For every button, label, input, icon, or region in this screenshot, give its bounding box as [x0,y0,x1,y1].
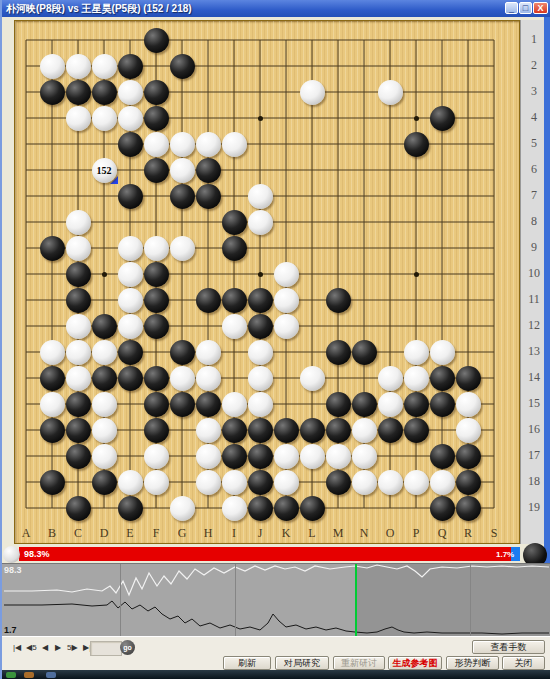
column-label: H [198,526,218,541]
black-stone [352,392,377,417]
graph-bottom-label: 1.7 [4,625,17,635]
row-label: 15 [522,396,546,411]
black-stone [222,210,247,235]
black-stone [40,80,65,105]
row-label: 9 [522,240,546,255]
black-stone [92,80,117,105]
black-stone [118,366,143,391]
black-stone [40,418,65,443]
row-label: 4 [522,110,546,125]
black-stone [144,418,169,443]
star-point [414,272,419,277]
white-stone [430,470,455,495]
black-stone [274,418,299,443]
white-stone [300,80,325,105]
black-stone [456,470,481,495]
white-stone [66,210,91,235]
white-stone [352,418,377,443]
black-stone [430,106,455,131]
white-stone [274,444,299,469]
black-stone [456,366,481,391]
white-stone [248,184,273,209]
black-stone [456,444,481,469]
black-stone [274,496,299,521]
white-stone [170,132,195,157]
column-label: N [354,526,374,541]
white-stone [66,106,91,131]
white-stone [352,470,377,495]
white-stone [66,54,91,79]
white-stone [118,80,143,105]
black-stone [144,106,169,131]
white-stone [456,418,481,443]
white-stone [40,392,65,417]
white-stone [196,340,221,365]
white-stone [430,340,455,365]
go-button[interactable]: go [120,640,135,655]
black-stone [66,496,91,521]
black-stone [326,392,351,417]
white-stone [274,288,299,313]
white-stone [378,366,403,391]
black-stone [300,496,325,521]
column-label: F [146,526,166,541]
column-label: C [68,526,88,541]
white-stone [170,366,195,391]
star-point [414,116,419,121]
white-stone [92,418,117,443]
row-label: 8 [522,214,546,229]
black-stone [378,418,403,443]
white-stone [66,340,91,365]
black-stone [144,288,169,313]
white-stone [92,106,117,131]
white-stone [222,392,247,417]
white-stone [196,366,221,391]
taskbar-icon-orange [24,672,34,678]
black-stone [300,418,325,443]
black-stone [222,418,247,443]
white-stone [144,236,169,261]
black-stone [66,444,91,469]
white-stone [404,340,429,365]
black-stone [196,184,221,209]
action-button-3[interactable]: 生成参考图 [388,656,442,670]
graph-gridline [235,564,236,636]
column-label: B [42,526,62,541]
row-label: 6 [522,162,546,177]
white-stone [196,132,221,157]
black-stone [144,366,169,391]
white-stone [196,470,221,495]
row-label: 2 [522,58,546,73]
white-stone [248,366,273,391]
action-button-5[interactable]: 关闭 [502,656,545,670]
white-stone [378,392,403,417]
row-label: 1 [522,32,546,47]
white-stone: 152 [92,158,117,183]
current-move-line [355,564,357,636]
white-stone [248,210,273,235]
black-stone [430,392,455,417]
column-label: E [120,526,140,541]
white-stone [378,80,403,105]
app-window: 朴河映(P8段) vs 王星昊(P5段) (152 / 218) _ □ X 1… [0,0,550,679]
black-stone [92,314,117,339]
star-point [102,272,107,277]
star-point [258,272,263,277]
white-stone [274,314,299,339]
row-label: 12 [522,318,546,333]
star-point [258,116,263,121]
column-label: I [224,526,244,541]
row-label: 16 [522,422,546,437]
black-stone [248,496,273,521]
white-stone [144,444,169,469]
white-stone [92,340,117,365]
view-move-numbers-button[interactable]: 查看手数 [472,640,545,654]
black-stone [40,470,65,495]
black-stone [118,340,143,365]
row-label: 10 [522,266,546,281]
white-stone [40,54,65,79]
column-label: M [328,526,348,541]
taskbar-icon-blue [46,672,56,678]
white-stone [170,236,195,261]
white-stone [378,470,403,495]
white-stone [92,54,117,79]
black-stone [196,158,221,183]
black-stone [326,288,351,313]
row-label: 11 [522,292,546,307]
black-stone [404,418,429,443]
black-stone [92,470,117,495]
black-stone [40,236,65,261]
black-stone [170,392,195,417]
winrate-curves [2,564,550,636]
white-stone [118,314,143,339]
white-winrate-label: 98.3% [24,549,50,559]
black-stone [430,366,455,391]
graph-top-label: 98.3 [4,565,22,575]
white-stone [300,366,325,391]
white-stone [92,392,117,417]
black-stone [170,184,195,209]
white-stone [66,236,91,261]
white-stone-icon [3,546,20,563]
column-label: J [250,526,270,541]
black-stone [170,340,195,365]
winrate-graph: 98.3 1.7 [2,563,550,636]
row-coordinate-strip: 12345678910111213141516171819 [520,20,546,544]
white-stone [222,470,247,495]
white-stone [274,470,299,495]
column-label: P [406,526,426,541]
white-stone [456,392,481,417]
black-stone [222,444,247,469]
row-label: 14 [522,370,546,385]
graph-gridline [120,564,121,636]
white-stone [222,132,247,157]
black-stone [326,340,351,365]
black-stone [456,496,481,521]
white-stone [404,366,429,391]
column-label: D [94,526,114,541]
white-stone [144,132,169,157]
column-label: Q [432,526,452,541]
black-stone [196,288,221,313]
black-stone [430,444,455,469]
white-stone [300,444,325,469]
graph-gridline [470,564,471,636]
black-stone [66,418,91,443]
column-label: A [16,526,36,541]
white-stone [248,392,273,417]
black-stone [404,392,429,417]
black-stone [118,54,143,79]
black-stone [144,28,169,53]
row-label: 19 [522,500,546,515]
black-stone [326,418,351,443]
row-label: 17 [522,448,546,463]
black-stone [196,392,221,417]
row-label: 5 [522,136,546,151]
white-stone [118,236,143,261]
white-stone [118,106,143,131]
column-label: R [458,526,478,541]
black-stone [248,444,273,469]
white-stone [196,418,221,443]
column-label: K [276,526,296,541]
white-stone [144,470,169,495]
last-move-number: 152 [92,158,117,183]
white-stone [66,314,91,339]
white-stone [248,340,273,365]
black-stone [430,496,455,521]
white-stone [196,444,221,469]
column-label: G [172,526,192,541]
black-stone [170,54,195,79]
white-stone [274,262,299,287]
black-stone [92,366,117,391]
white-stone [404,470,429,495]
nav-button-2[interactable]: ◀ [39,641,51,655]
row-label: 13 [522,344,546,359]
black-winrate-label: 1.7% [496,550,514,559]
white-stone [118,262,143,287]
column-label: L [302,526,322,541]
action-button-2[interactable]: 重新研讨 [333,656,385,670]
white-stone [92,444,117,469]
black-stone [40,366,65,391]
white-winrate-segment [19,547,511,561]
nav-button-4[interactable]: 5▶ [64,641,81,655]
column-label: O [380,526,400,541]
black-stone [66,288,91,313]
white-stone [170,496,195,521]
white-stone [66,366,91,391]
black-stone [248,418,273,443]
black-stone [144,158,169,183]
white-stone [170,158,195,183]
black-stone [66,262,91,287]
black-stone [248,470,273,495]
row-label: 7 [522,188,546,203]
black-stone [144,392,169,417]
black-stone [248,288,273,313]
white-stone [352,444,377,469]
black-stone [144,262,169,287]
winrate-bar: 98.3% 1.7% [2,546,550,562]
black-stone [66,392,91,417]
white-stone [222,496,247,521]
row-label: 3 [522,84,546,99]
nav-button-3[interactable]: ▶ [52,641,64,655]
action-button-1[interactable]: 对局研究 [275,656,329,670]
black-stone [222,236,247,261]
white-stone [222,314,247,339]
black-stone [222,288,247,313]
white-stone [118,288,143,313]
white-stone [326,444,351,469]
white-stone [40,340,65,365]
black-stone [144,314,169,339]
row-label: 18 [522,474,546,489]
black-stone [144,80,169,105]
black-stone [118,496,143,521]
taskbar-icon-green [6,672,16,678]
taskbar-sliver [2,670,550,679]
action-button-4[interactable]: 形势判断 [446,656,499,670]
nav-button-1[interactable]: ◀5 [23,641,40,655]
black-stone [352,340,377,365]
black-stone [404,132,429,157]
black-stone [118,132,143,157]
column-label: S [484,526,504,541]
black-stone [118,184,143,209]
black-stone [66,80,91,105]
black-stone [326,470,351,495]
white-stone [118,470,143,495]
black-stone [248,314,273,339]
action-button-0[interactable]: 刷新 [223,656,271,670]
move-number-input[interactable] [90,641,122,656]
